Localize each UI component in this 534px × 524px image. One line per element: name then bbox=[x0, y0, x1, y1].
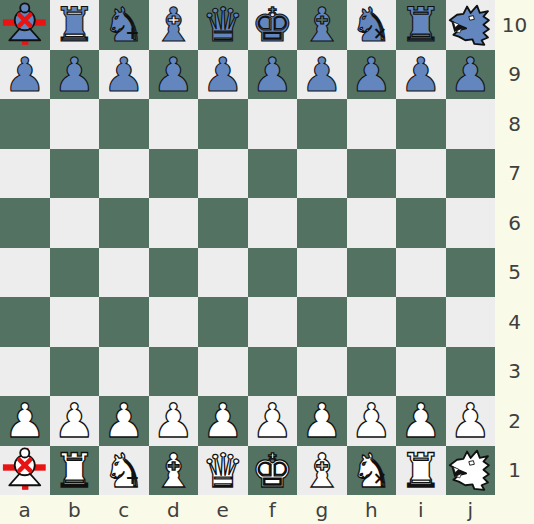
rook-white[interactable]: ♜ bbox=[396, 446, 446, 496]
square-h10[interactable]: ♞× bbox=[347, 0, 397, 50]
pawn-blue[interactable]: ♟ bbox=[297, 50, 347, 100]
square-d3[interactable] bbox=[149, 347, 199, 397]
square-i2[interactable]: ♟ bbox=[396, 396, 446, 446]
square-g7[interactable] bbox=[297, 149, 347, 199]
pawn-white[interactable]: ♟ bbox=[50, 396, 100, 446]
square-j6[interactable] bbox=[446, 198, 496, 248]
square-d4[interactable] bbox=[149, 297, 199, 347]
square-c1[interactable]: ♞+ bbox=[99, 446, 149, 496]
square-h2[interactable]: ♟ bbox=[347, 396, 397, 446]
square-g1[interactable]: ♝ bbox=[297, 446, 347, 496]
square-d9[interactable]: ♟ bbox=[149, 50, 199, 100]
square-h7[interactable] bbox=[347, 149, 397, 199]
square-e7[interactable] bbox=[198, 149, 248, 199]
square-c10[interactable]: ♞+ bbox=[99, 0, 149, 50]
square-h8[interactable] bbox=[347, 99, 397, 149]
rank-label-10: 10 bbox=[495, 0, 534, 50]
pawn-white[interactable]: ♟ bbox=[0, 396, 50, 446]
square-i8[interactable] bbox=[396, 99, 446, 149]
bishop-blue[interactable]: ♝ bbox=[297, 0, 347, 50]
bishop-blue[interactable]: ♝ bbox=[149, 0, 199, 50]
square-g3[interactable] bbox=[297, 347, 347, 397]
square-a10[interactable] bbox=[0, 0, 50, 50]
bishop-white[interactable]: ♝ bbox=[149, 446, 199, 496]
square-e2[interactable]: ♟ bbox=[198, 396, 248, 446]
square-e4[interactable] bbox=[198, 297, 248, 347]
file-label-e: e bbox=[198, 495, 248, 524]
file-label-f: f bbox=[248, 495, 298, 524]
square-i5[interactable] bbox=[396, 248, 446, 298]
wolf-piece-icon bbox=[447, 447, 493, 493]
square-h5[interactable] bbox=[347, 248, 397, 298]
square-a3[interactable] bbox=[0, 347, 50, 397]
square-c2[interactable]: ♟ bbox=[99, 396, 149, 446]
pawn-white[interactable]: ♟ bbox=[149, 396, 199, 446]
square-i10[interactable]: ♜ bbox=[396, 0, 446, 50]
file-label-a: a bbox=[0, 495, 50, 524]
rook-white[interactable]: ♜ bbox=[50, 446, 100, 496]
square-e8[interactable] bbox=[198, 99, 248, 149]
square-j1[interactable] bbox=[446, 446, 496, 496]
rank-label-4: 4 bbox=[495, 297, 534, 347]
square-j9[interactable]: ♟ bbox=[446, 50, 496, 100]
pawn-white[interactable]: ♟ bbox=[198, 396, 248, 446]
game-screen: ♜♞+♝♛♚♝♞×♜ ♟♟♟♟♟♟♟♟♟♟♟♟♟♟♟♟♟♟♟♟ ♜♞+♝♛♚♝♞… bbox=[0, 0, 534, 524]
square-f8[interactable] bbox=[248, 99, 298, 149]
square-f7[interactable] bbox=[248, 149, 298, 199]
square-j3[interactable] bbox=[446, 347, 496, 397]
knight-white[interactable]: ♞+ bbox=[99, 446, 149, 496]
square-b8[interactable] bbox=[50, 99, 100, 149]
square-g9[interactable]: ♟ bbox=[297, 50, 347, 100]
rook-blue[interactable]: ♜ bbox=[396, 0, 446, 50]
square-b5[interactable] bbox=[50, 248, 100, 298]
file-label-i: i bbox=[396, 495, 446, 524]
knight-plus-mark: + bbox=[125, 470, 139, 487]
square-i3[interactable] bbox=[396, 347, 446, 397]
square-c3[interactable] bbox=[99, 347, 149, 397]
square-b2[interactable]: ♟ bbox=[50, 396, 100, 446]
square-c8[interactable] bbox=[99, 99, 149, 149]
square-g8[interactable] bbox=[297, 99, 347, 149]
king-white[interactable]: ♚ bbox=[248, 446, 298, 496]
pawn-blue[interactable]: ♟ bbox=[50, 50, 100, 100]
square-g6[interactable] bbox=[297, 198, 347, 248]
square-e9[interactable]: ♟ bbox=[198, 50, 248, 100]
square-a6[interactable] bbox=[0, 198, 50, 248]
square-g10[interactable]: ♝ bbox=[297, 0, 347, 50]
square-b3[interactable] bbox=[50, 347, 100, 397]
square-f9[interactable]: ♟ bbox=[248, 50, 298, 100]
pawn-blue[interactable]: ♟ bbox=[347, 50, 397, 100]
rank-label-9: 9 bbox=[495, 50, 534, 100]
rank-label-7: 7 bbox=[495, 149, 534, 199]
rook-blue[interactable]: ♜ bbox=[50, 0, 100, 50]
pawn-blue[interactable]: ♟ bbox=[0, 50, 50, 100]
square-b10[interactable]: ♜ bbox=[50, 0, 100, 50]
knight-plus-mark: + bbox=[125, 25, 139, 42]
square-d5[interactable] bbox=[149, 248, 199, 298]
wolf-piece-blue[interactable] bbox=[446, 0, 496, 50]
square-f2[interactable]: ♟ bbox=[248, 396, 298, 446]
pawn-white[interactable]: ♟ bbox=[99, 396, 149, 446]
square-b9[interactable]: ♟ bbox=[50, 50, 100, 100]
square-j7[interactable] bbox=[446, 149, 496, 199]
knight-white[interactable]: ♞× bbox=[347, 446, 397, 496]
file-label-d: d bbox=[149, 495, 199, 524]
square-f3[interactable] bbox=[248, 347, 298, 397]
square-d6[interactable] bbox=[149, 198, 199, 248]
square-f5[interactable] bbox=[248, 248, 298, 298]
rank-label-2: 2 bbox=[495, 396, 534, 446]
square-d10[interactable]: ♝ bbox=[149, 0, 199, 50]
square-e3[interactable] bbox=[198, 347, 248, 397]
square-f6[interactable] bbox=[248, 198, 298, 248]
wolf-piece-icon bbox=[447, 2, 493, 48]
square-g2[interactable]: ♟ bbox=[297, 396, 347, 446]
square-c7[interactable] bbox=[99, 149, 149, 199]
square-e5[interactable] bbox=[198, 248, 248, 298]
square-a2[interactable]: ♟ bbox=[0, 396, 50, 446]
square-b7[interactable] bbox=[50, 149, 100, 199]
square-d7[interactable] bbox=[149, 149, 199, 199]
square-j8[interactable] bbox=[446, 99, 496, 149]
square-j4[interactable] bbox=[446, 297, 496, 347]
square-c6[interactable] bbox=[99, 198, 149, 248]
square-e1[interactable]: ♛ bbox=[198, 446, 248, 496]
rank-label-8: 8 bbox=[495, 99, 534, 149]
square-e6[interactable] bbox=[198, 198, 248, 248]
pawn-blue[interactable]: ♟ bbox=[396, 50, 446, 100]
pawn-blue[interactable]: ♟ bbox=[248, 50, 298, 100]
knight-cross-mark: × bbox=[373, 470, 387, 487]
square-j10[interactable] bbox=[446, 0, 496, 50]
square-h3[interactable] bbox=[347, 347, 397, 397]
square-h6[interactable] bbox=[347, 198, 397, 248]
square-d8[interactable] bbox=[149, 99, 199, 149]
square-f10[interactable]: ♚ bbox=[248, 0, 298, 50]
rank-label-5: 5 bbox=[495, 248, 534, 298]
square-j5[interactable] bbox=[446, 248, 496, 298]
square-b4[interactable] bbox=[50, 297, 100, 347]
square-h1[interactable]: ♞× bbox=[347, 446, 397, 496]
file-label-g: g bbox=[297, 495, 347, 524]
bishop-white[interactable]: ♝ bbox=[297, 446, 347, 496]
square-c9[interactable]: ♟ bbox=[99, 50, 149, 100]
pawn-blue[interactable]: ♟ bbox=[198, 50, 248, 100]
pawn-white[interactable]: ♟ bbox=[347, 396, 397, 446]
knight-cross-mark: × bbox=[373, 25, 387, 42]
rank-label-1: 1 bbox=[495, 446, 534, 496]
square-f4[interactable] bbox=[248, 297, 298, 347]
square-c5[interactable] bbox=[99, 248, 149, 298]
pawn-white[interactable]: ♟ bbox=[396, 396, 446, 446]
file-label-j: j bbox=[446, 495, 496, 524]
square-a4[interactable] bbox=[0, 297, 50, 347]
square-d1[interactable]: ♝ bbox=[149, 446, 199, 496]
pawn-white[interactable]: ♟ bbox=[248, 396, 298, 446]
square-i4[interactable] bbox=[396, 297, 446, 347]
square-i9[interactable]: ♟ bbox=[396, 50, 446, 100]
knight-blue[interactable]: ♞+ bbox=[99, 0, 149, 50]
file-label-h: h bbox=[347, 495, 397, 524]
pawn-white[interactable]: ♟ bbox=[446, 396, 496, 446]
square-i7[interactable] bbox=[396, 149, 446, 199]
cross-x-piece-white[interactable] bbox=[0, 446, 50, 496]
cross-x-piece-icon bbox=[2, 447, 48, 493]
pawn-blue[interactable]: ♟ bbox=[446, 50, 496, 100]
square-e10[interactable]: ♛ bbox=[198, 0, 248, 50]
rank-label-6: 6 bbox=[495, 198, 534, 248]
square-a7[interactable] bbox=[0, 149, 50, 199]
chess-board: ♜♞+♝♛♚♝♞×♜ ♟♟♟♟♟♟♟♟♟♟♟♟♟♟♟♟♟♟♟♟ ♜♞+♝♛♚♝♞… bbox=[0, 0, 495, 495]
square-h4[interactable] bbox=[347, 297, 397, 347]
queen-white[interactable]: ♛ bbox=[198, 446, 248, 496]
square-j2[interactable]: ♟ bbox=[446, 396, 496, 446]
square-b6[interactable] bbox=[50, 198, 100, 248]
square-g5[interactable] bbox=[297, 248, 347, 298]
king-blue[interactable]: ♚ bbox=[248, 0, 298, 50]
square-h9[interactable]: ♟ bbox=[347, 50, 397, 100]
file-label-b: b bbox=[50, 495, 100, 524]
pawn-blue[interactable]: ♟ bbox=[149, 50, 199, 100]
cross-x-piece-blue[interactable] bbox=[0, 0, 50, 50]
queen-blue[interactable]: ♛ bbox=[198, 0, 248, 50]
wolf-piece-white[interactable] bbox=[446, 446, 496, 496]
knight-blue[interactable]: ♞× bbox=[347, 0, 397, 50]
square-i6[interactable] bbox=[396, 198, 446, 248]
square-f1[interactable]: ♚ bbox=[248, 446, 298, 496]
pawn-blue[interactable]: ♟ bbox=[99, 50, 149, 100]
rank-labels: 10987654321 bbox=[495, 0, 534, 495]
square-a9[interactable]: ♟ bbox=[0, 50, 50, 100]
file-labels: abcdefghij bbox=[0, 495, 495, 524]
square-a1[interactable] bbox=[0, 446, 50, 496]
square-d2[interactable]: ♟ bbox=[149, 396, 199, 446]
square-i1[interactable]: ♜ bbox=[396, 446, 446, 496]
square-g4[interactable] bbox=[297, 297, 347, 347]
square-c4[interactable] bbox=[99, 297, 149, 347]
pawn-white[interactable]: ♟ bbox=[297, 396, 347, 446]
square-a5[interactable] bbox=[0, 248, 50, 298]
file-label-c: c bbox=[99, 495, 149, 524]
rank-label-3: 3 bbox=[495, 347, 534, 397]
square-a8[interactable] bbox=[0, 99, 50, 149]
cross-x-piece-icon bbox=[2, 2, 48, 48]
square-b1[interactable]: ♜ bbox=[50, 446, 100, 496]
